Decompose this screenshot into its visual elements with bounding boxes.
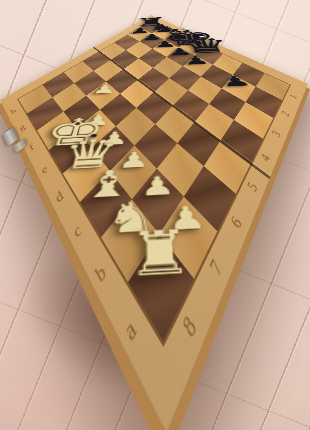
rook-glyph: ♜ — [126, 222, 197, 287]
light-finial-ball — [199, 35, 205, 37]
file-stamp-b: b — [94, 263, 109, 288]
rank-stamp-1: 1 — [288, 93, 299, 100]
pawn-glyph: ♟ — [183, 55, 211, 67]
file-stamp-h: h — [10, 108, 17, 116]
rank-stamp-4: 4 — [260, 152, 273, 164]
rank-stamp-2: 2 — [280, 110, 292, 119]
rank-stamp-7: 7 — [208, 257, 226, 282]
file-stamp-f: f — [28, 143, 35, 153]
photo-of-chess-board: { "game": "chess", "scene_description": … — [0, 0, 310, 430]
file-stamp-e: e — [40, 164, 49, 176]
file-stamp-c: c — [72, 223, 84, 242]
chess-scene: abcdefgh87654321♜♞♝♚♛♟♟♟♟♟♟♚♛♝♞♜♟♟♟♟♟♟ — [0, 0, 310, 430]
rank-stamp-3: 3 — [271, 129, 283, 139]
rank-stamp-8: 8 — [181, 312, 201, 345]
rank-stamp-5: 5 — [246, 180, 261, 195]
file-stamp-a: a — [123, 317, 141, 349]
rank-stamp-6: 6 — [229, 214, 245, 233]
pawn-glyph: ♟ — [91, 83, 117, 96]
dark-finial-ball — [91, 134, 98, 138]
file-stamp-d: d — [54, 190, 65, 206]
file-stamp-g: g — [18, 123, 26, 132]
light-finial-ball — [184, 27, 190, 29]
